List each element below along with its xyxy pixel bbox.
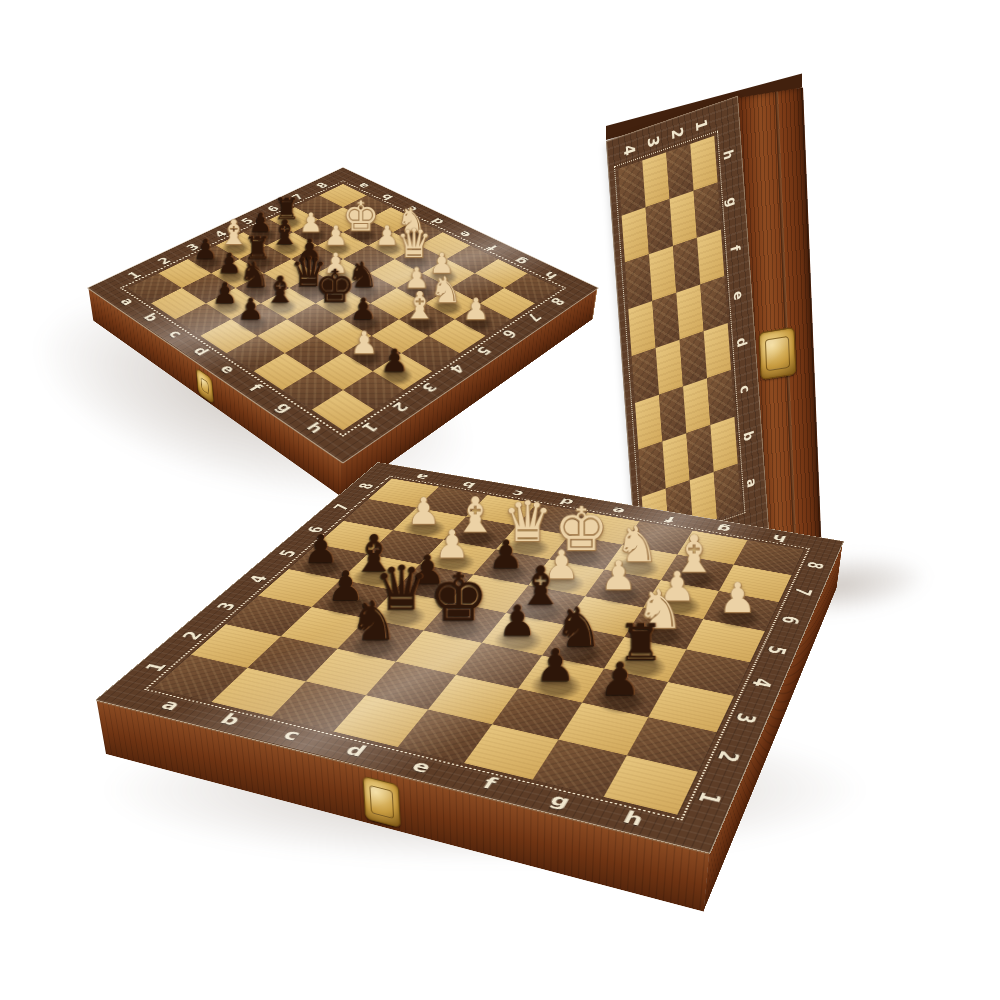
case-square [628,301,655,356]
open-board-bottom-surface: aabbccddeeffgghh8877665544332211♟♝♛♚♞♝♟♟… [95,462,844,854]
rank-label-east-text: 8 [802,560,827,570]
rank-label-east-text: 4 [446,362,470,377]
file-label-south-text: d [190,344,214,358]
case-square [642,152,669,207]
case-square [649,246,676,301]
file-label-north-text: h [541,269,561,281]
file-label-south-text: d [341,741,370,760]
case-square [666,144,693,199]
rank-label-east-text: 5 [762,644,790,656]
file-label-south-text: g [546,790,574,811]
case-square [700,276,727,331]
rank-label-east-text: 3 [730,711,761,725]
case-square [632,348,659,403]
chess-piece-light-P: ♟ [440,296,511,324]
case-square [690,136,717,191]
chess-piece-dark-P: ♟ [328,296,399,324]
file-label-south-text: c [165,327,187,340]
rank-label-east-text: 8 [547,295,570,307]
rank-label-east-text: 3 [418,380,442,395]
open-board-bottom-clasp-detail [369,785,394,819]
rank-label-east-text: 6 [498,327,521,340]
rank-label-east-text: 4 [747,676,776,689]
file-label-north-text: a [412,472,431,482]
case-square [680,331,707,386]
chess-piece-dark-P: ♟ [357,347,433,377]
file-label-south-text: a [157,697,186,714]
open-chessboard-bottom: aabbccddeeffgghh8877665544332211♟♝♛♚♞♝♟♟… [125,412,885,812]
chess-set-product-photo: aabbccddeeffgghh8877665544332211♞♚♟♛♟♟♟♟… [0,0,1000,1000]
chess-piece-dark-P: ♟ [565,658,676,701]
file-label-north-text: f [484,243,501,252]
file-label-south-text: e [408,757,435,777]
file-label-south-text: e [216,362,240,376]
case-square [673,238,700,293]
rank-label-east-text: 7 [523,311,546,324]
rank-label-west-text: 1 [125,269,145,281]
chess-piece-dark-P: ♟ [215,296,286,324]
case-square [646,199,673,254]
file-label-south-text: f [245,381,266,394]
rank-label-east-text: 5 [473,344,497,358]
rank-label-west-text: 7 [330,503,355,512]
rank-label-west-text: 8 [314,181,332,190]
file-label-north-text: g [511,255,531,266]
case-square [670,191,697,246]
file-label-north-text: a [354,181,372,190]
case-square [676,285,703,340]
rank-label-east-text: 1 [692,789,725,806]
rank-label-west-text: 8 [355,482,379,490]
case-square [656,340,683,395]
rank-label-west-text: 4 [245,574,272,584]
case-square [694,183,721,238]
rank-label-east-text: 2 [712,748,744,764]
open-board-top-clasp-icon [196,368,214,405]
case-square [704,323,731,378]
file-label-south-text: h [620,808,647,830]
case-square [622,207,649,262]
file-label-south-text: b [216,711,245,729]
chess-piece-dark-N: ♞ [321,596,425,648]
file-label-south-text: a [117,295,139,307]
file-label-north-text: h [770,532,788,543]
case-clasp-detail [765,336,790,372]
case-square [652,293,679,348]
case-square [618,161,645,216]
open-board-bottom-clasp-icon [362,776,400,828]
file-label-north-text: e [455,229,474,239]
rank-label-west-text: 3 [213,601,241,612]
case-square [697,229,724,284]
rank-label-west-text: 1 [141,661,172,674]
file-label-south-text: c [279,726,305,744]
file-label-south-text: f [479,774,500,793]
file-label-south-text: b [140,311,163,324]
rank-label-west-text: 2 [178,630,207,642]
rank-label-east-text: 7 [790,586,816,597]
open-chessboard-top: aabbccddeeffgghh8877665544332211♞♚♟♛♟♟♟♟… [72,122,612,452]
case-square [625,254,652,309]
open-board-top-clasp-detail [201,377,210,395]
